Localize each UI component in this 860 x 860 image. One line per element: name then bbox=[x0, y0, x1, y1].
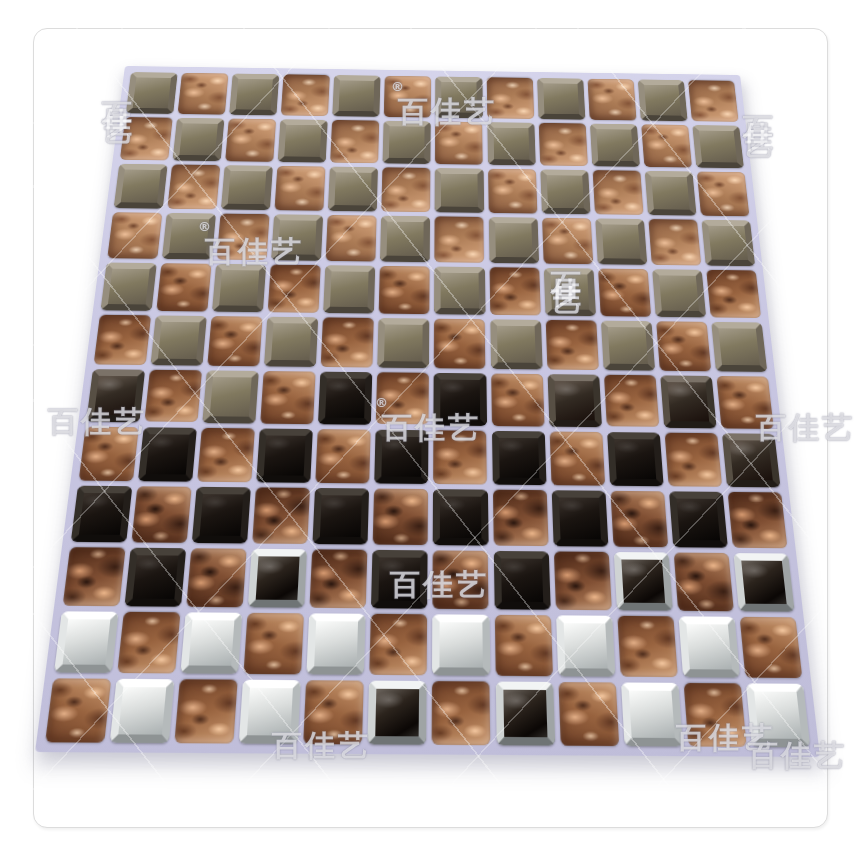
mosaic-tile-r8c8 bbox=[492, 430, 547, 484]
mosaic-tile-r2c4 bbox=[278, 119, 328, 162]
mosaic-tile-r2c3 bbox=[225, 119, 276, 162]
mosaic-tile-r6c11 bbox=[656, 322, 711, 372]
mosaic-tile-r1c9 bbox=[537, 78, 585, 120]
mosaic-tile-r12c3 bbox=[174, 679, 237, 743]
mosaic-tile-r12c10 bbox=[621, 682, 683, 746]
mosaic-tile-r10c12 bbox=[733, 553, 794, 612]
mosaic-tile-r12c6 bbox=[368, 681, 427, 745]
mosaic-tile-r7c9 bbox=[547, 375, 601, 427]
mosaic-tile-r3c11 bbox=[645, 171, 697, 216]
mosaic-tile-r12c2 bbox=[110, 679, 175, 743]
mosaic-tile-r2c11 bbox=[641, 124, 692, 167]
mosaic-tile-r11c6 bbox=[370, 614, 428, 676]
brand-watermark: 百佳艺 bbox=[737, 92, 778, 110]
mosaic-tile-r9c10 bbox=[610, 490, 668, 546]
mosaic-tile-r5c9 bbox=[544, 268, 596, 316]
watermark-text: 百佳艺 bbox=[741, 92, 776, 110]
brand-watermark: 百佳艺 bbox=[756, 408, 855, 449]
mosaic-tile-r5c1 bbox=[100, 263, 156, 311]
mosaic-tile-r11c12 bbox=[739, 617, 802, 678]
mosaic-tile-r3c4 bbox=[275, 166, 326, 211]
mosaic-tile-r1c12 bbox=[688, 80, 739, 122]
mosaic-tile-r3c6 bbox=[382, 167, 431, 212]
mosaic-tile-r6c4 bbox=[264, 317, 318, 367]
mosaic-tile-r7c3 bbox=[202, 371, 259, 423]
mosaic-tile-r10c9 bbox=[553, 551, 611, 610]
watermark-text: 百佳艺 bbox=[390, 567, 489, 602]
mosaic-tile-r12c7 bbox=[432, 681, 491, 745]
mosaic-tile-r3c1 bbox=[114, 164, 168, 209]
mosaic-tile-r1c4 bbox=[281, 74, 330, 116]
mosaic-tile-r6c1 bbox=[94, 315, 152, 365]
watermark-text: 百佳艺 bbox=[398, 94, 497, 129]
mosaic-tile-r7c8 bbox=[491, 374, 544, 426]
brand-watermark: 百佳艺 bbox=[748, 736, 847, 777]
mosaic-tile-r11c5 bbox=[307, 613, 366, 675]
mosaic-tile-r7c11 bbox=[660, 376, 716, 428]
mosaic-tile-r7c10 bbox=[604, 375, 659, 427]
mosaic-tile-r2c5 bbox=[330, 120, 379, 163]
mosaic-tile-r2c10 bbox=[590, 124, 640, 167]
watermark-text: 百佳艺 bbox=[748, 738, 847, 773]
mosaic-tile-r2c1 bbox=[120, 117, 173, 160]
mosaic-tile-r11c4 bbox=[244, 613, 305, 675]
mosaic-tile-r5c2 bbox=[156, 263, 211, 311]
mosaic-tile-r9c8 bbox=[492, 489, 548, 546]
watermark-text: 百佳艺 bbox=[549, 248, 584, 266]
mosaic-tile-r3c7 bbox=[435, 168, 484, 213]
mosaic-tile-r5c6 bbox=[379, 266, 430, 314]
mosaic-tile-r9c6 bbox=[373, 488, 428, 545]
mosaic-tile-r5c7 bbox=[434, 267, 485, 315]
mosaic-tile-r6c6 bbox=[378, 318, 430, 368]
mosaic-tile-r1c2 bbox=[178, 73, 229, 115]
mosaic-tile-r8c10 bbox=[607, 432, 664, 486]
mosaic-tile-r2c12 bbox=[692, 125, 744, 168]
mosaic-tile-r1c10 bbox=[587, 79, 636, 121]
mosaic-tile-r6c2 bbox=[150, 316, 207, 366]
mosaic-tile-r6c3 bbox=[207, 316, 262, 366]
mosaic-tile-r5c8 bbox=[489, 267, 540, 315]
brand-watermark: 百佳艺® bbox=[398, 92, 497, 133]
mosaic-tile-r8c3 bbox=[197, 427, 255, 481]
mosaic-tile-r6c8 bbox=[490, 320, 542, 370]
mosaic-tile-r9c1 bbox=[71, 485, 133, 542]
mosaic-tile-r10c3 bbox=[186, 548, 247, 607]
registered-mark: ® bbox=[391, 79, 404, 94]
mosaic-tile-r5c12 bbox=[706, 270, 761, 318]
mosaic-tile-r10c4 bbox=[248, 548, 307, 607]
mosaic-tile-r5c11 bbox=[652, 269, 706, 317]
mosaic-tile-r8c11 bbox=[664, 432, 722, 486]
mosaic-tile-r12c1 bbox=[45, 678, 111, 742]
mosaic-tile-r7c2 bbox=[144, 370, 202, 422]
mosaic-tile-r7c4 bbox=[260, 371, 315, 423]
mosaic-tile-r12c8 bbox=[495, 681, 555, 745]
mosaic-tile-r4c1 bbox=[107, 212, 162, 259]
mosaic-tile-r12c9 bbox=[558, 682, 619, 746]
mosaic-tile-r9c2 bbox=[131, 486, 191, 543]
mosaic-tile-r10c10 bbox=[614, 552, 673, 611]
mosaic-tile-r11c1 bbox=[54, 611, 119, 673]
mosaic-tile-r9c3 bbox=[192, 486, 251, 543]
watermark-text: 百佳艺 bbox=[100, 78, 135, 96]
brand-watermark: 百佳艺 bbox=[96, 78, 137, 96]
registered-mark: ® bbox=[198, 219, 211, 234]
mosaic-tile-r2c9 bbox=[538, 123, 587, 166]
mosaic-tile-r4c12 bbox=[701, 220, 755, 266]
mosaic-tile-r4c6 bbox=[380, 216, 430, 263]
mosaic-tile-r9c9 bbox=[551, 490, 608, 546]
brand-watermark: 百佳艺 bbox=[390, 565, 489, 606]
mosaic-tile-r3c9 bbox=[540, 170, 590, 215]
product-photo: 百佳艺百佳艺®百佳艺百佳艺®百佳艺百佳艺百佳艺®百佳艺百佳艺百佳艺百佳艺百佳艺 bbox=[0, 0, 860, 860]
mosaic-tile-r11c7 bbox=[432, 614, 489, 676]
mosaic-tile-r9c5 bbox=[313, 488, 370, 545]
watermark-text: 百佳艺 bbox=[756, 410, 855, 445]
mosaic-tile-r11c2 bbox=[117, 612, 180, 674]
mosaic-tile-r5c10 bbox=[598, 269, 651, 317]
mosaic-tile-r8c5 bbox=[316, 429, 372, 483]
mosaic-tile-r10c8 bbox=[493, 551, 550, 610]
mosaic-tile-r10c1 bbox=[63, 547, 126, 606]
brand-watermark: 百佳艺® bbox=[205, 232, 304, 273]
watermark-text: 百佳艺 bbox=[272, 728, 371, 763]
mosaic-tile-r3c8 bbox=[488, 169, 537, 214]
mosaic-tile-r1c5 bbox=[333, 75, 381, 117]
mosaic-tile-r8c9 bbox=[549, 431, 605, 485]
mosaic-tile-r5c5 bbox=[323, 265, 375, 313]
mosaic-tile-r6c5 bbox=[321, 318, 374, 368]
mosaic-tile-r11c3 bbox=[181, 612, 243, 674]
brand-watermark: 百佳艺 bbox=[272, 726, 371, 767]
mosaic-tile-r1c11 bbox=[638, 79, 688, 121]
mosaic-tile-r10c5 bbox=[310, 549, 368, 608]
mosaic-tile-r3c12 bbox=[697, 172, 750, 217]
mosaic-tile-r10c2 bbox=[125, 547, 187, 606]
mosaic-tile-r7c5 bbox=[318, 372, 372, 424]
mosaic-tile-r11c9 bbox=[556, 615, 615, 676]
mosaic-tile-r6c9 bbox=[545, 320, 598, 370]
mosaic-tile-r3c10 bbox=[592, 170, 643, 215]
watermark-text: 百佳艺 bbox=[382, 410, 481, 445]
watermark-text: 百佳艺 bbox=[48, 404, 147, 439]
mosaic-tile-r9c12 bbox=[727, 492, 787, 548]
registered-mark: ® bbox=[375, 395, 388, 410]
mosaic-tile-r11c8 bbox=[494, 615, 552, 676]
mosaic-tile-r9c7 bbox=[433, 489, 488, 546]
mosaic-tile-r6c10 bbox=[601, 321, 655, 371]
mosaic-tile-r4c10 bbox=[595, 219, 647, 266]
mosaic-tile-r6c12 bbox=[711, 322, 767, 372]
brand-watermark: 百佳艺® bbox=[382, 408, 481, 449]
mosaic-tile-r4c5 bbox=[326, 215, 377, 262]
brand-watermark: 百佳艺 bbox=[545, 248, 586, 266]
mosaic-tile-r4c7 bbox=[435, 217, 485, 264]
mosaic-tile-r3c5 bbox=[328, 167, 378, 212]
mosaic-tile-r3c2 bbox=[167, 165, 220, 210]
mosaic-tile-r1c3 bbox=[229, 74, 279, 116]
mosaic-tile-r3c3 bbox=[221, 165, 273, 210]
mosaic-tile-r4c11 bbox=[648, 219, 701, 265]
mosaic-tile-r6c7 bbox=[434, 319, 486, 369]
mosaic-tile-r4c8 bbox=[488, 217, 538, 264]
watermark-text: 百佳艺 bbox=[205, 234, 304, 269]
mosaic-tile-r9c11 bbox=[669, 491, 728, 547]
mosaic-tile-r11c11 bbox=[678, 616, 740, 677]
mosaic-tile-r8c4 bbox=[256, 428, 313, 482]
mosaic-tile-r2c2 bbox=[173, 118, 225, 161]
mosaic-tile-r9c4 bbox=[252, 487, 310, 544]
mosaic-tile-r10c11 bbox=[673, 552, 733, 611]
brand-watermark: 百佳艺 bbox=[48, 402, 147, 443]
mosaic-tile-r11c10 bbox=[617, 616, 678, 677]
